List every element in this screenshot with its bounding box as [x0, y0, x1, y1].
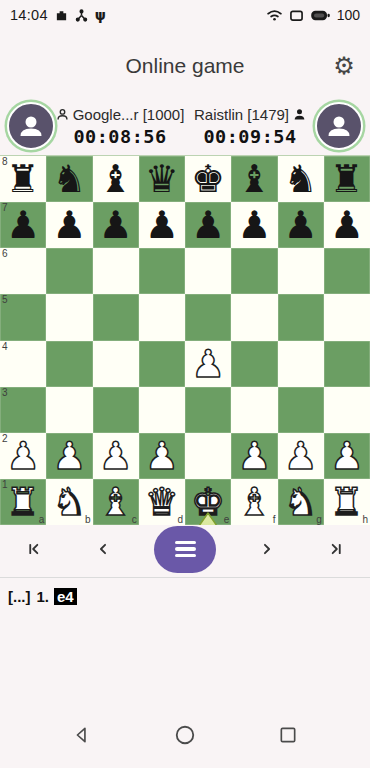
square-g3[interactable] — [278, 387, 324, 433]
square-f7[interactable]: ♟ — [231, 202, 277, 248]
square-g7[interactable]: ♟ — [278, 202, 324, 248]
black-player-name: Raistlin [1479] — [194, 106, 289, 123]
android-recents-button[interactable] — [276, 723, 300, 747]
white-pawn: ♟ — [46, 433, 92, 479]
header: Online game ⚙ — [0, 45, 370, 87]
square-c6[interactable] — [93, 248, 139, 294]
android-back-button[interactable] — [70, 723, 94, 747]
black-player-avatar[interactable] — [315, 102, 363, 150]
square-f5[interactable] — [231, 294, 277, 340]
black-queen: ♛ — [139, 156, 185, 202]
no-sim-icon — [289, 9, 304, 22]
hamburger-icon — [175, 541, 196, 544]
page-title: Online game — [0, 45, 370, 87]
black-bishop: ♝ — [231, 156, 277, 202]
square-d3[interactable] — [139, 387, 185, 433]
square-g1[interactable]: g♞ — [278, 479, 324, 525]
square-e8[interactable]: ♚ — [185, 156, 231, 202]
moves-collapsed-prefix[interactable]: [...] — [8, 588, 31, 605]
players-bar: Google...r [1000] 00:08:56 Raistlin [147… — [0, 97, 370, 155]
square-h5[interactable] — [324, 294, 370, 340]
square-d6[interactable] — [139, 248, 185, 294]
status-bar: 14:04 ψ 100 — [0, 0, 370, 30]
black-pawn: ♟ — [0, 202, 46, 248]
clock-time: 14:04 — [10, 7, 48, 23]
black-knight: ♞ — [46, 156, 92, 202]
square-b2[interactable]: ♟ — [46, 433, 92, 479]
white-pawn: ♟ — [139, 433, 185, 479]
square-f3[interactable] — [231, 387, 277, 433]
rank-label-6: 6 — [2, 248, 8, 260]
white-player-name: Google...r [1000] — [73, 106, 185, 123]
square-c5[interactable] — [93, 294, 139, 340]
battery-percent: 100 — [337, 7, 360, 23]
usb-icon: ψ — [95, 7, 106, 23]
white-knight: ♞ — [46, 479, 92, 525]
moves-menu-button[interactable] — [154, 526, 216, 573]
square-h8[interactable]: ♜ — [324, 156, 370, 202]
square-e1[interactable]: e♚ — [185, 479, 231, 525]
square-b7[interactable]: ♟ — [46, 202, 92, 248]
square-a6[interactable]: 6 — [0, 248, 46, 294]
black-king: ♚ — [185, 156, 231, 202]
rank-label-4: 4 — [2, 341, 8, 353]
square-a3[interactable]: 3 — [0, 387, 46, 433]
square-c8[interactable]: ♝ — [93, 156, 139, 202]
square-g2[interactable]: ♟ — [278, 433, 324, 479]
rank-label-3: 3 — [2, 387, 8, 399]
move-list: [...]1.e4 — [0, 583, 370, 610]
square-g8[interactable]: ♞ — [278, 156, 324, 202]
square-e2[interactable] — [185, 433, 231, 479]
white-knight: ♞ — [278, 479, 324, 525]
square-f6[interactable] — [231, 248, 277, 294]
square-a1[interactable]: 1a♜ — [0, 479, 46, 525]
move-number: 1. — [37, 588, 50, 605]
white-pawn: ♟ — [185, 341, 231, 387]
chess-board: 8♜♞♝♛♚♝♞♜7♟♟♟♟♟♟♟♟654♟32♟♟♟♟♟♟♟1a♜b♞c♝d♛… — [0, 155, 370, 525]
square-a8[interactable]: 8♜ — [0, 156, 46, 202]
settings-gear-icon[interactable]: ⚙ — [331, 53, 357, 79]
wifi-icon — [266, 8, 283, 22]
square-e7[interactable]: ♟ — [185, 202, 231, 248]
square-g5[interactable] — [278, 294, 324, 340]
white-player-clock: 00:08:56 — [55, 126, 185, 147]
square-b1[interactable]: b♞ — [46, 479, 92, 525]
square-h2[interactable]: ♟ — [324, 433, 370, 479]
white-pawn: ♟ — [278, 433, 324, 479]
storage-icon — [55, 9, 68, 22]
current-move[interactable]: e4 — [54, 588, 77, 605]
square-c2[interactable]: ♟ — [93, 433, 139, 479]
square-f1[interactable]: f♝ — [231, 479, 277, 525]
black-rook: ♜ — [324, 156, 370, 202]
black-pawn: ♟ — [93, 202, 139, 248]
white-player-avatar[interactable] — [7, 102, 55, 150]
square-h4[interactable] — [324, 341, 370, 387]
square-e4[interactable]: ♟ — [185, 341, 231, 387]
square-f8[interactable]: ♝ — [231, 156, 277, 202]
black-knight: ♞ — [278, 156, 324, 202]
first-move-button[interactable] — [16, 531, 52, 567]
square-f2[interactable]: ♟ — [231, 433, 277, 479]
board-area: 8♜♞♝♛♚♝♞♜7♟♟♟♟♟♟♟♟654♟32♟♟♟♟♟♟♟1a♜b♞c♝d♛… — [0, 155, 370, 525]
square-h3[interactable] — [324, 387, 370, 433]
square-d7[interactable]: ♟ — [139, 202, 185, 248]
square-g4[interactable] — [278, 341, 324, 387]
square-g6[interactable] — [278, 248, 324, 294]
square-c1[interactable]: c♝ — [93, 479, 139, 525]
white-queen: ♛ — [139, 479, 185, 525]
previous-move-button[interactable] — [85, 531, 121, 567]
black-pawn: ♟ — [278, 202, 324, 248]
black-player-block: Raistlin [1479] 00:09:54 — [185, 106, 315, 147]
person-filled-icon — [293, 108, 306, 121]
black-pawn: ♟ — [185, 202, 231, 248]
square-d2[interactable]: ♟ — [139, 433, 185, 479]
square-e6[interactable] — [185, 248, 231, 294]
battery-icon — [310, 9, 331, 22]
white-bishop: ♝ — [93, 479, 139, 525]
square-b8[interactable]: ♞ — [46, 156, 92, 202]
white-player-block: Google...r [1000] 00:08:56 — [55, 106, 185, 147]
square-f4[interactable] — [231, 341, 277, 387]
square-a5[interactable]: 5 — [0, 294, 46, 340]
android-nav-bar — [0, 702, 370, 768]
square-h6[interactable] — [324, 248, 370, 294]
square-b4[interactable] — [46, 341, 92, 387]
white-rook: ♜ — [0, 479, 46, 525]
square-c4[interactable] — [93, 341, 139, 387]
share-icon — [75, 9, 88, 22]
black-player-clock: 00:09:54 — [185, 126, 315, 147]
black-pawn: ♟ — [46, 202, 92, 248]
square-e3[interactable] — [185, 387, 231, 433]
square-a2[interactable]: 2♟ — [0, 433, 46, 479]
white-rook: ♜ — [324, 479, 370, 525]
move-nav-bar — [0, 524, 370, 574]
square-d4[interactable] — [139, 341, 185, 387]
square-h7[interactable]: ♟ — [324, 202, 370, 248]
white-king: ♚ — [185, 479, 231, 525]
app-screen: 14:04 ψ 100 — [0, 0, 370, 768]
square-b6[interactable] — [46, 248, 92, 294]
square-h1[interactable]: h♜ — [324, 479, 370, 525]
square-d8[interactable]: ♛ — [139, 156, 185, 202]
white-pawn: ♟ — [231, 433, 277, 479]
moves-divider — [0, 577, 370, 578]
square-a4[interactable]: 4 — [0, 341, 46, 387]
square-e5[interactable] — [185, 294, 231, 340]
square-c7[interactable]: ♟ — [93, 202, 139, 248]
rank-label-5: 5 — [2, 294, 8, 306]
black-pawn: ♟ — [324, 202, 370, 248]
black-bishop: ♝ — [93, 156, 139, 202]
black-pawn: ♟ — [139, 202, 185, 248]
black-pawn: ♟ — [231, 202, 277, 248]
square-a7[interactable]: 7♟ — [0, 202, 46, 248]
square-b5[interactable] — [46, 294, 92, 340]
white-pawn: ♟ — [324, 433, 370, 479]
white-pawn: ♟ — [0, 433, 46, 479]
square-b3[interactable] — [46, 387, 92, 433]
last-move-button[interactable] — [318, 531, 354, 567]
black-player-name-row: Raistlin [1479] — [185, 106, 315, 123]
android-home-button[interactable] — [173, 723, 197, 747]
square-d1[interactable]: d♛ — [139, 479, 185, 525]
square-c3[interactable] — [93, 387, 139, 433]
white-bishop: ♝ — [231, 479, 277, 525]
person-outline-icon — [56, 108, 69, 121]
next-move-button[interactable] — [249, 531, 285, 567]
white-player-name-row: Google...r [1000] — [55, 106, 185, 123]
square-d5[interactable] — [139, 294, 185, 340]
black-rook: ♜ — [0, 156, 46, 202]
white-pawn: ♟ — [93, 433, 139, 479]
